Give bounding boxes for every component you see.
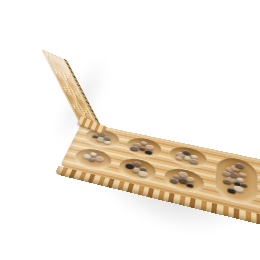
stone — [239, 172, 246, 178]
flat-board-face — [60, 122, 260, 217]
mancala-board-photo — [0, 0, 260, 260]
stone — [138, 170, 149, 178]
flat-store-pit[interactable] — [214, 154, 258, 207]
stone — [103, 140, 111, 145]
flat-near-pit-1[interactable] — [72, 146, 115, 172]
stone — [186, 182, 194, 188]
flat-store-cell — [209, 152, 260, 210]
stone — [175, 156, 182, 161]
stone — [94, 155, 105, 162]
stone — [189, 158, 199, 165]
flat-half-board — [60, 122, 260, 217]
